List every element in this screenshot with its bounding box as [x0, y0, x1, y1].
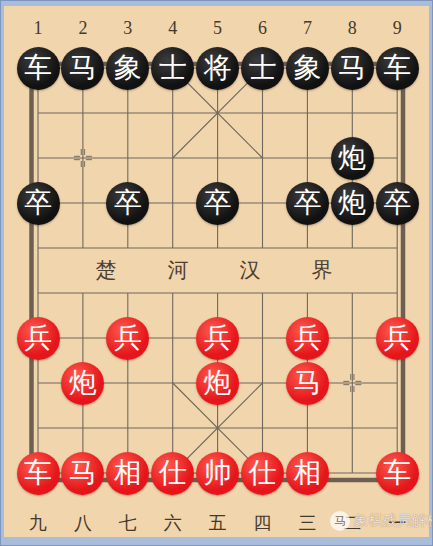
red-advisor-glyph: 仕	[241, 452, 284, 495]
black-elephant-glyph: 象	[286, 47, 329, 90]
red-horse-glyph: 马	[286, 362, 329, 405]
file-label-bottom-8: 二	[343, 511, 361, 535]
piece-black-cannon[interactable]: 炮	[330, 181, 375, 226]
file-label-top-9: 9	[393, 18, 402, 39]
piece-red-elephant[interactable]: 相	[285, 451, 330, 496]
piece-black-general[interactable]: 将	[195, 46, 240, 91]
piece-red-soldier[interactable]: 兵	[105, 316, 150, 361]
file-label-bottom-1: 九	[29, 511, 47, 535]
file-label-top-1: 1	[34, 18, 43, 39]
black-cannon-glyph: 炮	[331, 182, 374, 225]
piece-black-horse[interactable]: 马	[330, 46, 375, 91]
piece-black-advisor[interactable]: 士	[240, 46, 285, 91]
file-label-top-5: 5	[213, 18, 222, 39]
piece-black-soldier[interactable]: 卒	[16, 181, 61, 226]
piece-red-soldier[interactable]: 兵	[16, 316, 61, 361]
red-soldier-glyph: 兵	[106, 317, 149, 360]
file-label-bottom-3: 七	[119, 511, 137, 535]
black-advisor-glyph: 士	[241, 47, 284, 90]
file-label-top-7: 7	[303, 18, 312, 39]
piece-red-advisor[interactable]: 仕	[150, 451, 195, 496]
file-label-bottom-4: 六	[164, 511, 182, 535]
red-chariot-glyph: 车	[17, 452, 60, 495]
piece-red-soldier[interactable]: 兵	[285, 316, 330, 361]
piece-black-advisor[interactable]: 士	[150, 46, 195, 91]
piece-black-soldier[interactable]: 卒	[195, 181, 240, 226]
piece-red-cannon[interactable]: 炮	[195, 361, 240, 406]
black-advisor-glyph: 士	[151, 47, 194, 90]
black-general-glyph: 将	[196, 47, 239, 90]
red-soldier-glyph: 兵	[196, 317, 239, 360]
piece-red-soldier[interactable]: 兵	[195, 316, 240, 361]
piece-black-horse[interactable]: 马	[60, 46, 105, 91]
red-advisor-glyph: 仕	[151, 452, 194, 495]
piece-red-elephant[interactable]: 相	[105, 451, 150, 496]
file-label-top-6: 6	[258, 18, 267, 39]
black-chariot-glyph: 车	[17, 47, 60, 90]
red-soldier-glyph: 兵	[17, 317, 60, 360]
file-label-top-3: 3	[123, 18, 132, 39]
red-elephant-glyph: 相	[106, 452, 149, 495]
piece-red-horse[interactable]: 马	[285, 361, 330, 406]
piece-red-horse[interactable]: 马	[60, 451, 105, 496]
red-cannon-glyph: 炮	[196, 362, 239, 405]
black-chariot-glyph: 车	[376, 47, 419, 90]
red-horse-glyph: 马	[61, 452, 104, 495]
piece-black-cannon[interactable]: 炮	[330, 136, 375, 181]
piece-red-chariot[interactable]: 车	[16, 451, 61, 496]
black-soldier-glyph: 卒	[376, 182, 419, 225]
file-label-bottom-9: 一	[388, 511, 406, 535]
red-elephant-glyph: 相	[286, 452, 329, 495]
black-soldier-glyph: 卒	[17, 182, 60, 225]
red-soldier-glyph: 兵	[376, 317, 419, 360]
black-cannon-glyph: 炮	[331, 137, 374, 180]
piece-black-chariot[interactable]: 车	[375, 46, 420, 91]
file-label-top-8: 8	[348, 18, 357, 39]
black-soldier-glyph: 卒	[106, 182, 149, 225]
piece-red-cannon[interactable]: 炮	[60, 361, 105, 406]
black-elephant-glyph: 象	[106, 47, 149, 90]
black-soldier-glyph: 卒	[196, 182, 239, 225]
piece-red-chariot[interactable]: 车	[375, 451, 420, 496]
black-horse-glyph: 马	[331, 47, 374, 90]
piece-black-elephant[interactable]: 象	[105, 46, 150, 91]
piece-black-chariot[interactable]: 车	[16, 46, 61, 91]
piece-black-soldier[interactable]: 卒	[375, 181, 420, 226]
file-label-bottom-6: 四	[254, 511, 272, 535]
file-label-top-4: 4	[168, 18, 177, 39]
black-soldier-glyph: 卒	[286, 182, 329, 225]
piece-red-soldier[interactable]: 兵	[375, 316, 420, 361]
file-label-bottom-7: 三	[298, 511, 316, 535]
red-chariot-glyph: 车	[376, 452, 419, 495]
xiangqi-board: 车马象士将士象马车炮卒卒卒卒炮卒兵兵兵兵兵炮炮马车马相仕帅仕相车	[16, 46, 420, 496]
piece-black-soldier[interactable]: 卒	[285, 181, 330, 226]
red-general-glyph: 帅	[196, 452, 239, 495]
piece-red-advisor[interactable]: 仕	[240, 451, 285, 496]
file-label-bottom-2: 八	[74, 511, 92, 535]
piece-black-elephant[interactable]: 象	[285, 46, 330, 91]
piece-black-soldier[interactable]: 卒	[105, 181, 150, 226]
file-label-top-2: 2	[78, 18, 87, 39]
piece-red-general[interactable]: 帅	[195, 451, 240, 496]
red-cannon-glyph: 炮	[61, 362, 104, 405]
red-soldier-glyph: 兵	[286, 317, 329, 360]
black-horse-glyph: 马	[61, 47, 104, 90]
file-label-bottom-5: 五	[209, 511, 227, 535]
xiangqi-screenshot: 车马象士将士象马车炮卒卒卒卒炮卒兵兵兵兵兵炮炮马车马相仕帅仕相车 马 象棋残局解…	[0, 0, 433, 546]
